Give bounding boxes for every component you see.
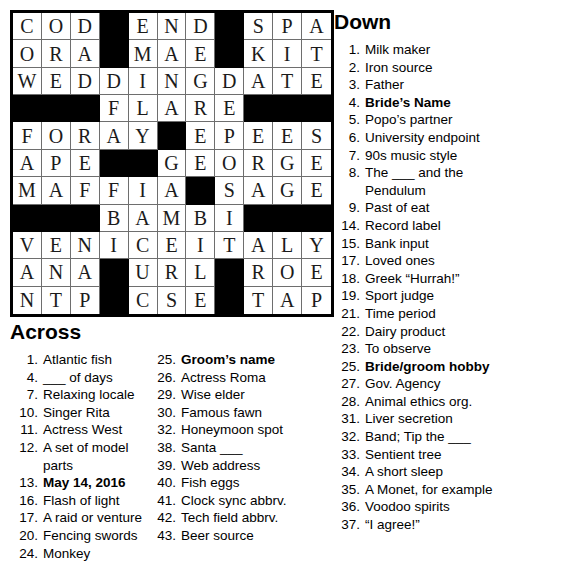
across-header: Across	[10, 320, 340, 344]
clue-text: Voodoo spirits	[365, 498, 497, 516]
letter-cell-r8c5: A	[129, 205, 158, 232]
clue-text: Popo’s partner	[365, 111, 497, 129]
clue-text: Bank input	[365, 235, 497, 253]
letter-cell-r9c11: Y	[302, 232, 331, 259]
clue-text: Greek “Hurrah!”	[365, 270, 497, 288]
clue-text: Dairy product	[365, 323, 497, 341]
across-clue-26: 26.Actress Roma	[152, 369, 332, 387]
clue-text: To observe	[365, 340, 497, 358]
letter-cell-r11c11: P	[302, 287, 331, 314]
clue-text: Beer source	[181, 527, 325, 545]
clue-text: Sport judge	[365, 287, 497, 305]
letter-cell-r6c6: G	[158, 150, 187, 177]
clue-text: Record label	[365, 217, 497, 235]
clue-text: Iron source	[365, 59, 497, 77]
across-clue-7: 7.Relaxing locale	[10, 386, 152, 404]
clue-number: 1.	[334, 41, 360, 59]
across-clue-42: 42.Tech field abbrv.	[152, 509, 332, 527]
letter-cell-r11c5: C	[129, 287, 158, 314]
block-cell-r6c4	[100, 150, 129, 177]
letter-cell-r3c2: E	[42, 68, 71, 95]
clue-text: A raid or venture	[43, 509, 147, 527]
letter-cell-r1c10: P	[273, 13, 302, 40]
clue-text: Past of eat	[365, 199, 497, 217]
letter-cell-r11c10: A	[273, 287, 302, 314]
block-cell-r4c1	[13, 95, 42, 122]
letter-cell-r3c10: T	[273, 68, 302, 95]
letter-cell-r9c3: N	[71, 232, 100, 259]
down-clue-2: 2.Iron source	[334, 59, 566, 77]
down-clue-22: 22.Dairy product	[334, 323, 566, 341]
across-clue-30: 30.Famous fawn	[152, 404, 332, 422]
across-clues-section: Across 1.Atlantic fish4.___ of days7.Rel…	[10, 320, 340, 562]
block-cell-r6c5	[129, 150, 158, 177]
block-cell-r11c8	[215, 287, 244, 314]
letter-cell-r11c1: N	[13, 287, 42, 314]
down-clues-section: Down 1.Milk maker2.Iron source3.Father4.…	[334, 10, 566, 534]
letter-cell-r5c11: S	[302, 122, 331, 149]
letter-cell-r9c2: E	[42, 232, 71, 259]
clue-number: 40.	[152, 474, 176, 492]
letter-cell-r11c3: P	[71, 287, 100, 314]
letter-cell-r6c1: A	[13, 150, 42, 177]
letter-cell-r6c2: P	[42, 150, 71, 177]
clue-number: 41.	[152, 492, 176, 510]
letter-cell-r7c5: I	[129, 177, 158, 204]
clue-number: 17.	[334, 252, 360, 270]
letter-cell-r7c10: G	[273, 177, 302, 204]
clue-number: 42.	[152, 509, 176, 527]
clue-number: 14.	[334, 217, 360, 235]
block-cell-r4c11	[302, 95, 331, 122]
letter-cell-r2c2: R	[42, 40, 71, 67]
clue-text: A Monet, for example	[365, 481, 497, 499]
clue-number: 38.	[152, 439, 176, 457]
clue-number: 7.	[334, 147, 360, 165]
letter-cell-r6c10: G	[273, 150, 302, 177]
letter-cell-r5c8: P	[215, 122, 244, 149]
letter-cell-r10c5: U	[129, 259, 158, 286]
block-cell-r8c3	[71, 205, 100, 232]
letter-cell-r11c6: S	[158, 287, 187, 314]
clue-text: Animal ethics org.	[365, 393, 497, 411]
letter-cell-r5c2: O	[42, 122, 71, 149]
clue-text: Fish eggs	[181, 474, 325, 492]
block-cell-r4c2	[42, 95, 71, 122]
block-cell-r8c9	[244, 205, 273, 232]
across-clue-43: 43.Beer source	[152, 527, 332, 545]
across-clue-11: 11.Actress West	[10, 421, 152, 439]
block-cell-r8c1	[13, 205, 42, 232]
letter-cell-r7c1: M	[13, 177, 42, 204]
down-clue-3: 3.Father	[334, 76, 566, 94]
clue-text: Tech field abbrv.	[181, 509, 325, 527]
letter-cell-r3c6: N	[158, 68, 187, 95]
clue-number: 1.	[10, 351, 38, 369]
clue-number: 9.	[334, 199, 360, 217]
clue-number: 19.	[334, 287, 360, 305]
letter-cell-r7c9: A	[244, 177, 273, 204]
across-clue-16: 16.Flash of light	[10, 492, 152, 510]
clue-text: Band; Tip the ___	[365, 428, 497, 446]
letter-cell-r4c8: E	[215, 95, 244, 122]
clue-number: 29.	[152, 386, 176, 404]
letter-cell-r7c4: F	[100, 177, 129, 204]
clue-text: Bride/groom hobby	[365, 358, 497, 376]
letter-cell-r3c8: D	[215, 68, 244, 95]
clue-number: 30.	[152, 404, 176, 422]
letter-cell-r10c7: L	[186, 259, 215, 286]
clue-number: 20.	[10, 527, 38, 545]
across-clue-39: 39.Web address	[152, 457, 332, 475]
clue-text: Loved ones	[365, 252, 497, 270]
across-clue-12: 12.A set of model parts	[10, 439, 152, 474]
clue-number: 17.	[10, 509, 38, 527]
clue-text: 90s music style	[365, 147, 497, 165]
letter-cell-r9c5: C	[129, 232, 158, 259]
clue-number: 25.	[152, 351, 176, 369]
clue-number: 18.	[334, 270, 360, 288]
letter-cell-r9c10: L	[273, 232, 302, 259]
clue-text: Bride’s Name	[365, 94, 497, 112]
down-clue-list: 1.Milk maker2.Iron source3.Father4.Bride…	[334, 41, 566, 534]
down-clue-17: 17.Loved ones	[334, 252, 566, 270]
clue-number: 13.	[10, 474, 38, 492]
clue-number: 26.	[152, 369, 176, 387]
letter-cell-r10c3: A	[71, 259, 100, 286]
letter-cell-r1c5: E	[129, 13, 158, 40]
down-clue-33: 33.Sentient tree	[334, 446, 566, 464]
clue-number: 12.	[10, 439, 38, 474]
block-cell-r8c2	[42, 205, 71, 232]
letter-cell-r5c9: E	[244, 122, 273, 149]
block-cell-r4c9	[244, 95, 273, 122]
letter-cell-r7c3: F	[71, 177, 100, 204]
letter-cell-r2c1: O	[13, 40, 42, 67]
block-cell-r2c8	[215, 40, 244, 67]
block-cell-r2c4	[100, 40, 129, 67]
letter-cell-r2c11: T	[302, 40, 331, 67]
block-cell-r8c11	[302, 205, 331, 232]
clue-text: Clock sync abbrv.	[181, 492, 325, 510]
clue-text: Father	[365, 76, 497, 94]
across-clue-40: 40.Fish eggs	[152, 474, 332, 492]
letter-cell-r9c9: A	[244, 232, 273, 259]
letter-cell-r1c9: S	[244, 13, 273, 40]
down-clue-25: 25.Bride/groom hobby	[334, 358, 566, 376]
clue-text: Wise elder	[181, 386, 325, 404]
letter-cell-r4c5: L	[129, 95, 158, 122]
letter-cell-r4c6: A	[158, 95, 187, 122]
clue-number: 7.	[10, 386, 38, 404]
down-clue-8: 8.The ___ and the Pendulum	[334, 164, 566, 199]
down-clue-14: 14.Record label	[334, 217, 566, 235]
clue-number: 3.	[334, 76, 360, 94]
letter-cell-r1c1: C	[13, 13, 42, 40]
letter-cell-r9c6: E	[158, 232, 187, 259]
down-clue-9: 9.Past of eat	[334, 199, 566, 217]
down-clue-6: 6.University endpoint	[334, 129, 566, 147]
clue-number: 16.	[10, 492, 38, 510]
across-clue-20: 20.Fencing swords	[10, 527, 152, 545]
letter-cell-r5c4: A	[100, 122, 129, 149]
letter-cell-r9c4: I	[100, 232, 129, 259]
letter-cell-r5c7: E	[186, 122, 215, 149]
letter-cell-r8c8: I	[215, 205, 244, 232]
clue-text: Actress Roma	[181, 369, 325, 387]
letter-cell-r9c1: V	[13, 232, 42, 259]
clue-text: Actress West	[43, 421, 147, 439]
clue-text: Santa ___	[181, 439, 325, 457]
letter-cell-r1c3: D	[71, 13, 100, 40]
across-clue-25: 25.Groom’s name	[152, 351, 332, 369]
block-cell-r1c4	[100, 13, 129, 40]
across-clue-10: 10.Singer Rita	[10, 404, 152, 422]
clue-number: 32.	[152, 421, 176, 439]
clue-number: 15.	[334, 235, 360, 253]
clue-number: 10.	[10, 404, 38, 422]
letter-cell-r11c7: E	[186, 287, 215, 314]
clue-text: Atlantic fish	[43, 351, 147, 369]
clue-text: The ___ and the Pendulum	[365, 164, 497, 199]
letter-cell-r6c9: R	[244, 150, 273, 177]
letter-cell-r9c7: I	[186, 232, 215, 259]
letter-cell-r10c1: A	[13, 259, 42, 286]
across-clue-29: 29.Wise elder	[152, 386, 332, 404]
across-clue-columns: 1.Atlantic fish4.___ of days7.Relaxing l…	[10, 351, 340, 562]
clue-number: 4.	[10, 369, 38, 387]
letter-cell-r10c9: R	[244, 259, 273, 286]
down-clue-37: 37.“I agree!”	[334, 516, 566, 534]
across-clue-13: 13.May 14, 2016	[10, 474, 152, 492]
clue-text: Web address	[181, 457, 325, 475]
down-clue-28: 28.Animal ethics org.	[334, 393, 566, 411]
crossword-grid: CODENDSPAORAMAEKITWEDDINGDATEFLAREFORAYE…	[10, 10, 334, 317]
down-clue-7: 7.90s music style	[334, 147, 566, 165]
down-clue-21: 21.Time period	[334, 305, 566, 323]
letter-cell-r11c9: T	[244, 287, 273, 314]
clue-number: 4.	[334, 94, 360, 112]
letter-cell-r2c9: K	[244, 40, 273, 67]
letter-cell-r8c4: B	[100, 205, 129, 232]
down-clue-34: 34.A short sleep	[334, 463, 566, 481]
clue-text: May 14, 2016	[43, 474, 147, 492]
letter-cell-r9c8: T	[215, 232, 244, 259]
letter-cell-r3c1: W	[13, 68, 42, 95]
clue-text: Fencing swords	[43, 527, 147, 545]
letter-cell-r3c4: D	[100, 68, 129, 95]
down-clue-19: 19.Sport judge	[334, 287, 566, 305]
clue-text: Gov. Agency	[365, 375, 497, 393]
clue-number: 5.	[334, 111, 360, 129]
letter-cell-r6c3: E	[71, 150, 100, 177]
letter-cell-r4c7: R	[186, 95, 215, 122]
clue-number: 8.	[334, 164, 360, 199]
letter-cell-r1c2: O	[42, 13, 71, 40]
letter-cell-r1c11: A	[302, 13, 331, 40]
letter-cell-r5c3: R	[71, 122, 100, 149]
clue-number: 6.	[334, 129, 360, 147]
across-clue-17: 17.A raid or venture	[10, 509, 152, 527]
clue-number: 24.	[10, 545, 38, 563]
clue-text: Liver secretion	[365, 410, 497, 428]
across-clue-list-col2: 25.Groom’s name26.Actress Roma29.Wise el…	[152, 351, 332, 562]
down-clue-15: 15.Bank input	[334, 235, 566, 253]
down-clue-23: 23.To observe	[334, 340, 566, 358]
letter-cell-r7c2: A	[42, 177, 71, 204]
down-clue-31: 31.Liver secretion	[334, 410, 566, 428]
down-header: Down	[334, 10, 566, 34]
clue-text: A short sleep	[365, 463, 497, 481]
down-clue-18: 18.Greek “Hurrah!”	[334, 270, 566, 288]
clue-text: Milk maker	[365, 41, 497, 59]
block-cell-r10c8	[215, 259, 244, 286]
clue-text: Time period	[365, 305, 497, 323]
across-clue-1: 1.Atlantic fish	[10, 351, 152, 369]
down-clue-35: 35.A Monet, for example	[334, 481, 566, 499]
letter-cell-r2c3: A	[71, 40, 100, 67]
clue-text: ___ of days	[43, 369, 147, 387]
clue-number: 2.	[334, 59, 360, 77]
down-clue-1: 1.Milk maker	[334, 41, 566, 59]
clue-number: 11.	[10, 421, 38, 439]
down-clue-27: 27.Gov. Agency	[334, 375, 566, 393]
letter-cell-r2c7: E	[186, 40, 215, 67]
across-clue-list-col1: 1.Atlantic fish4.___ of days7.Relaxing l…	[10, 351, 152, 562]
block-cell-r5c6	[158, 122, 187, 149]
clue-text: Sentient tree	[365, 446, 497, 464]
letter-cell-r8c7: B	[186, 205, 215, 232]
letter-cell-r2c10: I	[273, 40, 302, 67]
letter-cell-r2c5: M	[129, 40, 158, 67]
letter-cell-r10c10: O	[273, 259, 302, 286]
letter-cell-r3c3: D	[71, 68, 100, 95]
across-clue-32: 32.Honeymoon spot	[152, 421, 332, 439]
letter-cell-r6c11: E	[302, 150, 331, 177]
clue-text: Groom’s name	[181, 351, 325, 369]
letter-cell-r3c11: E	[302, 68, 331, 95]
letter-cell-r10c11: E	[302, 259, 331, 286]
letter-cell-r1c7: D	[186, 13, 215, 40]
block-cell-r4c10	[273, 95, 302, 122]
block-cell-r11c4	[100, 287, 129, 314]
letter-cell-r7c11: E	[302, 177, 331, 204]
block-cell-r7c7	[186, 177, 215, 204]
letter-cell-r2c6: A	[158, 40, 187, 67]
letter-cell-r3c5: I	[129, 68, 158, 95]
clue-text: Flash of light	[43, 492, 147, 510]
clue-number: 43.	[152, 527, 176, 545]
clue-text: Honeymoon spot	[181, 421, 325, 439]
across-clue-41: 41.Clock sync abbrv.	[152, 492, 332, 510]
block-cell-r4c3	[71, 95, 100, 122]
letter-cell-r6c8: O	[215, 150, 244, 177]
letter-cell-r8c6: M	[158, 205, 187, 232]
letter-cell-r3c9: A	[244, 68, 273, 95]
down-clue-4: 4.Bride’s Name	[334, 94, 566, 112]
letter-cell-r5c1: F	[13, 122, 42, 149]
letter-cell-r6c7: E	[186, 150, 215, 177]
down-clue-5: 5.Popo’s partner	[334, 111, 566, 129]
across-clue-4: 4.___ of days	[10, 369, 152, 387]
letter-cell-r1c6: N	[158, 13, 187, 40]
across-clue-38: 38.Santa ___	[152, 439, 332, 457]
letter-cell-r7c8: S	[215, 177, 244, 204]
down-clue-32: 32.Band; Tip the ___	[334, 428, 566, 446]
across-clue-24: 24.Monkey	[10, 545, 152, 563]
letter-cell-r5c5: Y	[129, 122, 158, 149]
letter-cell-r10c2: N	[42, 259, 71, 286]
letter-cell-r11c2: T	[42, 287, 71, 314]
block-cell-r10c4	[100, 259, 129, 286]
clue-text: Monkey	[43, 545, 147, 563]
letter-cell-r3c7: G	[186, 68, 215, 95]
clue-text: “I agree!”	[365, 516, 497, 534]
down-clue-36: 36.Voodoo spirits	[334, 498, 566, 516]
clue-text: Famous fawn	[181, 404, 325, 422]
clue-text: University endpoint	[365, 129, 497, 147]
letter-cell-r5c10: E	[273, 122, 302, 149]
clue-text: Relaxing locale	[43, 386, 147, 404]
letter-cell-r7c6: A	[158, 177, 187, 204]
block-cell-r1c8	[215, 13, 244, 40]
clue-number: 39.	[152, 457, 176, 475]
letter-cell-r4c4: F	[100, 95, 129, 122]
clue-text: Singer Rita	[43, 404, 147, 422]
letter-cell-r10c6: R	[158, 259, 187, 286]
clue-text: A set of model parts	[43, 439, 147, 474]
block-cell-r8c10	[273, 205, 302, 232]
